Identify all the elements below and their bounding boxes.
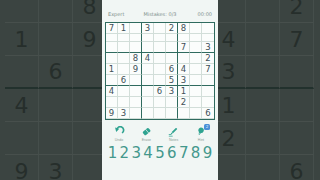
- hint-count-badge: 2: [204, 124, 210, 130]
- background-digit: [73, 122, 102, 155]
- cell-r1c3[interactable]: [130, 23, 142, 34]
- cell-r8c5[interactable]: [154, 97, 166, 108]
- cell-r8c9[interactable]: [202, 97, 214, 108]
- cell-r7c6[interactable]: 3: [166, 86, 178, 97]
- eraser-icon: [141, 126, 152, 137]
- background-left-grid: 8196493: [5, 0, 102, 180]
- cell-r4c3[interactable]: 8: [130, 53, 142, 64]
- background-digit: 6: [39, 56, 73, 89]
- cell-r8c1[interactable]: [106, 97, 118, 108]
- background-digit: [246, 56, 280, 89]
- background-digit: [39, 122, 73, 155]
- cell-r6c2[interactable]: 6: [118, 75, 130, 86]
- cell-r8c7[interactable]: 2: [178, 97, 190, 108]
- cell-r4c1[interactable]: [106, 53, 118, 64]
- cell-r7c4[interactable]: [142, 86, 154, 97]
- cell-r4c9[interactable]: 2: [202, 53, 214, 64]
- background-digit: 9: [73, 23, 102, 56]
- cell-r5c2[interactable]: [118, 64, 130, 75]
- background-digit: 4: [5, 89, 39, 122]
- undo-icon: [114, 126, 125, 137]
- background-digit: [73, 89, 102, 122]
- cell-r6c4[interactable]: [142, 75, 154, 86]
- background-digit: [73, 56, 102, 89]
- cell-r3c6[interactable]: [166, 42, 178, 53]
- cell-r2c6[interactable]: [166, 34, 178, 42]
- background-digit: [5, 0, 39, 23]
- background-digit: [5, 122, 39, 155]
- background-left-blur: 8196493: [0, 0, 102, 180]
- cell-r9c8[interactable]: [190, 108, 202, 119]
- cell-r2c8[interactable]: [190, 34, 202, 42]
- cell-r9c6[interactable]: [166, 108, 178, 119]
- cell-r7c8[interactable]: [190, 86, 202, 97]
- cell-r2c7[interactable]: [178, 34, 190, 42]
- cell-r3c7[interactable]: 7: [178, 42, 190, 53]
- cell-r8c3[interactable]: [130, 97, 142, 108]
- game-status-bar: Expert Mistakes: 0/3 00:00: [108, 11, 212, 18]
- background-digit: [246, 122, 280, 155]
- cell-r9c3[interactable]: [130, 108, 142, 119]
- background-digit: [218, 0, 246, 23]
- cell-r5c7[interactable]: 4: [178, 64, 190, 75]
- cell-r5c4[interactable]: [142, 64, 154, 75]
- cell-r8c2[interactable]: [118, 97, 130, 108]
- cell-r5c3[interactable]: 9: [130, 64, 142, 75]
- cell-r6c6[interactable]: 5: [166, 75, 178, 86]
- numpad-9[interactable]: 9: [202, 145, 213, 162]
- cell-r6c7[interactable]: 3: [178, 75, 190, 86]
- numpad-6[interactable]: 6: [166, 145, 177, 162]
- notes-button[interactable]: Notes: [164, 126, 184, 142]
- cell-r6c9[interactable]: [202, 75, 214, 86]
- cell-r8c4[interactable]: [142, 97, 154, 108]
- cell-r3c1[interactable]: [106, 42, 118, 53]
- cell-r7c2[interactable]: [118, 86, 130, 97]
- background-digit: [246, 89, 280, 122]
- background-digit: 2: [280, 0, 314, 23]
- numpad-7[interactable]: 7: [178, 145, 189, 162]
- erase-button[interactable]: Erase: [136, 126, 156, 142]
- mistakes-counter: Mistakes: 0/3: [108, 11, 212, 17]
- cell-r7c3[interactable]: [130, 86, 142, 97]
- cell-r3c2[interactable]: [118, 42, 130, 53]
- timer: 00:00: [198, 11, 212, 17]
- background-digit: [246, 0, 280, 23]
- cell-r2c5[interactable]: [154, 34, 166, 42]
- cell-r4c4[interactable]: 4: [142, 53, 154, 64]
- background-digit: [280, 89, 314, 122]
- background-digit: [280, 122, 314, 155]
- numpad-8[interactable]: 8: [190, 145, 201, 162]
- pencil-icon: [168, 126, 179, 137]
- cell-r1c1[interactable]: 7: [106, 23, 118, 34]
- cell-r6c3[interactable]: [130, 75, 142, 86]
- background-right-grid: 2473126: [218, 0, 314, 180]
- cell-r7c9[interactable]: [202, 86, 214, 97]
- cell-r1c4[interactable]: 3: [142, 23, 154, 34]
- cell-r2c4[interactable]: [142, 34, 154, 42]
- cell-r2c2[interactable]: [118, 34, 130, 42]
- background-digit: [218, 155, 246, 180]
- background-digit: 1: [218, 89, 246, 122]
- cell-r5c9[interactable]: 7: [202, 64, 214, 75]
- cell-r1c6[interactable]: 2: [166, 23, 178, 34]
- cell-r3c9[interactable]: 3: [202, 42, 214, 53]
- cell-r7c1[interactable]: 4: [106, 86, 118, 97]
- toolbar: Undo Erase: [109, 126, 211, 142]
- background-right-blur: 2473126: [218, 0, 320, 180]
- cell-r5c5[interactable]: [154, 64, 166, 75]
- cell-r1c8[interactable]: [190, 23, 202, 34]
- cell-r6c1[interactable]: [106, 75, 118, 86]
- cell-r9c5[interactable]: [154, 108, 166, 119]
- numpad: 123456789: [107, 145, 213, 162]
- background-digit: 2: [218, 122, 246, 155]
- sudoku-board: 71328738421964765346312936: [105, 22, 215, 120]
- cell-r9c9[interactable]: 6: [202, 108, 214, 119]
- cell-r2c9[interactable]: [202, 34, 214, 42]
- cell-r2c3[interactable]: [130, 34, 142, 42]
- background-digit: 7: [280, 23, 314, 56]
- cell-r9c7[interactable]: [178, 108, 190, 119]
- cell-r9c2[interactable]: 3: [118, 108, 130, 119]
- background-digit: [39, 23, 73, 56]
- cell-r4c8[interactable]: [190, 53, 202, 64]
- cell-r5c6[interactable]: 6: [166, 64, 178, 75]
- undo-button[interactable]: Undo: [109, 126, 129, 142]
- cell-r7c5[interactable]: 6: [154, 86, 166, 97]
- background-digit: [280, 56, 314, 89]
- cell-r9c4[interactable]: [142, 108, 154, 119]
- cell-r5c1[interactable]: 1: [106, 64, 118, 75]
- app-screen: Expert Mistakes: 0/3 00:00 7132873842196…: [102, 0, 218, 180]
- background-digit: 1: [5, 23, 39, 56]
- cell-r6c8[interactable]: [190, 75, 202, 86]
- cell-r4c5[interactable]: [154, 53, 166, 64]
- cell-r8c8[interactable]: [190, 97, 202, 108]
- background-digit: 8: [73, 0, 102, 23]
- cell-r1c2[interactable]: 1: [118, 23, 130, 34]
- cell-r3c5[interactable]: [154, 42, 166, 53]
- cell-r8c6[interactable]: [166, 97, 178, 108]
- cell-r7c7[interactable]: 1: [178, 86, 190, 97]
- cell-r1c9[interactable]: [202, 23, 214, 34]
- cell-r4c2[interactable]: [118, 53, 130, 64]
- cell-r2c1[interactable]: [106, 34, 118, 42]
- numpad-2[interactable]: 2: [119, 145, 130, 162]
- hint-button[interactable]: 2 Hint: [191, 126, 211, 142]
- numpad-3[interactable]: 3: [131, 145, 142, 162]
- background-digit: [246, 155, 280, 180]
- cell-r9c1[interactable]: 9: [106, 108, 118, 119]
- cell-r3c3[interactable]: [130, 42, 142, 53]
- background-digit: 4: [218, 23, 246, 56]
- cell-r6c5[interactable]: [154, 75, 166, 86]
- background-digit: 3: [218, 56, 246, 89]
- background-digit: [39, 0, 73, 23]
- background-digit: [246, 23, 280, 56]
- cell-r3c4[interactable]: [142, 42, 154, 53]
- background-digit: 6: [280, 155, 314, 180]
- background-digit: [5, 56, 39, 89]
- background-digit: 9: [5, 155, 39, 180]
- undo-label: Undo: [115, 138, 123, 142]
- cell-r5c8[interactable]: [190, 64, 202, 75]
- cell-r4c7[interactable]: [178, 53, 190, 64]
- numpad-4[interactable]: 4: [143, 145, 154, 162]
- numpad-1[interactable]: 1: [107, 145, 118, 162]
- numpad-5[interactable]: 5: [155, 145, 166, 162]
- cell-r1c5[interactable]: [154, 23, 166, 34]
- hint-label: Hint: [198, 138, 204, 142]
- cell-r1c7[interactable]: 8: [178, 23, 190, 34]
- cell-r3c8[interactable]: [190, 42, 202, 53]
- background-digit: 3: [39, 155, 73, 180]
- notes-label: Notes: [169, 138, 178, 142]
- background-digit: [73, 155, 102, 180]
- background-digit: [39, 89, 73, 122]
- erase-label: Erase: [142, 138, 151, 142]
- cell-r4c6[interactable]: [166, 53, 178, 64]
